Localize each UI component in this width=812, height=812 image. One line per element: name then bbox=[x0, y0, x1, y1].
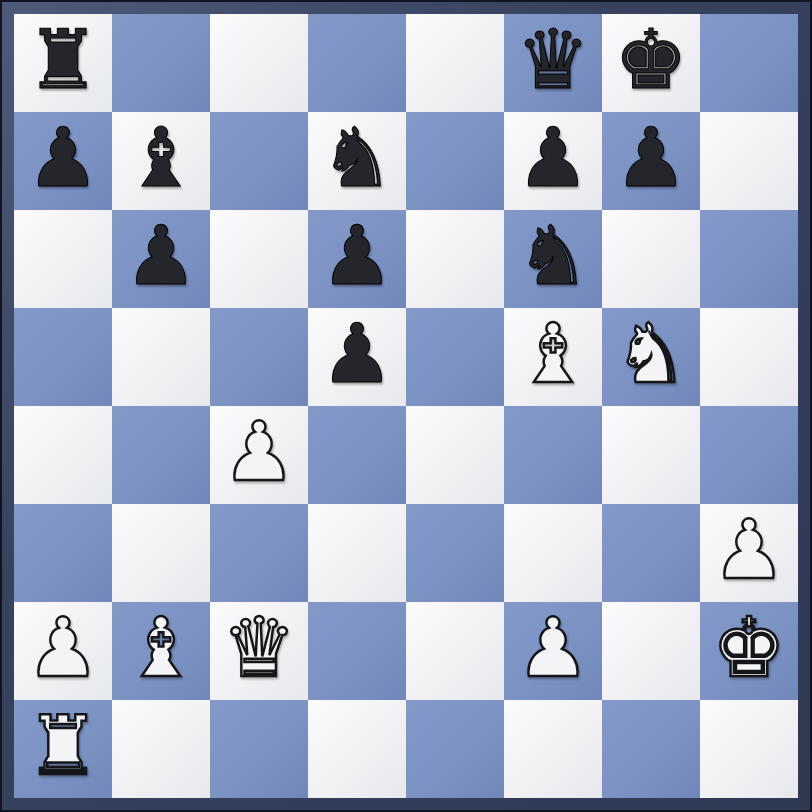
piece-black-bishop[interactable]: ♝ bbox=[124, 117, 198, 199]
square-b2[interactable]: ♝ bbox=[112, 602, 210, 700]
square-g6[interactable] bbox=[602, 210, 700, 308]
piece-black-rook[interactable]: ♜ bbox=[26, 19, 100, 101]
square-e5[interactable] bbox=[406, 308, 504, 406]
square-d6[interactable]: ♟ bbox=[308, 210, 406, 308]
piece-white-king[interactable]: ♚ bbox=[712, 607, 786, 689]
piece-white-pawn[interactable]: ♟ bbox=[222, 411, 296, 493]
square-a6[interactable] bbox=[14, 210, 112, 308]
square-f8[interactable]: ♛ bbox=[504, 14, 602, 112]
piece-black-knight[interactable]: ♞ bbox=[516, 215, 590, 297]
square-a8[interactable]: ♜ bbox=[14, 14, 112, 112]
square-a5[interactable] bbox=[14, 308, 112, 406]
piece-black-pawn[interactable]: ♟ bbox=[516, 117, 590, 199]
chess-board: ♜♛♚♟♝♞♟♟♟♟♞♟♝♞♟♟♟♝♛♟♚♜ bbox=[14, 14, 798, 798]
square-g8[interactable]: ♚ bbox=[602, 14, 700, 112]
board-frame: ♜♛♚♟♝♞♟♟♟♟♞♟♝♞♟♟♟♝♛♟♚♜ bbox=[0, 0, 812, 812]
piece-black-pawn[interactable]: ♟ bbox=[614, 117, 688, 199]
square-f1[interactable] bbox=[504, 700, 602, 798]
square-f3[interactable] bbox=[504, 504, 602, 602]
square-c1[interactable] bbox=[210, 700, 308, 798]
square-h5[interactable] bbox=[700, 308, 798, 406]
square-c4[interactable]: ♟ bbox=[210, 406, 308, 504]
square-e2[interactable] bbox=[406, 602, 504, 700]
piece-white-knight[interactable]: ♞ bbox=[614, 313, 688, 395]
piece-white-pawn[interactable]: ♟ bbox=[26, 607, 100, 689]
square-a7[interactable]: ♟ bbox=[14, 112, 112, 210]
square-f7[interactable]: ♟ bbox=[504, 112, 602, 210]
square-d1[interactable] bbox=[308, 700, 406, 798]
square-d7[interactable]: ♞ bbox=[308, 112, 406, 210]
square-d2[interactable] bbox=[308, 602, 406, 700]
piece-black-pawn[interactable]: ♟ bbox=[26, 117, 100, 199]
square-a4[interactable] bbox=[14, 406, 112, 504]
piece-black-knight[interactable]: ♞ bbox=[320, 117, 394, 199]
square-f4[interactable] bbox=[504, 406, 602, 504]
square-b4[interactable] bbox=[112, 406, 210, 504]
square-c3[interactable] bbox=[210, 504, 308, 602]
square-a3[interactable] bbox=[14, 504, 112, 602]
piece-black-queen[interactable]: ♛ bbox=[516, 19, 590, 101]
square-e4[interactable] bbox=[406, 406, 504, 504]
piece-white-rook[interactable]: ♜ bbox=[26, 705, 100, 787]
square-f5[interactable]: ♝ bbox=[504, 308, 602, 406]
square-b1[interactable] bbox=[112, 700, 210, 798]
square-h3[interactable]: ♟ bbox=[700, 504, 798, 602]
square-d5[interactable]: ♟ bbox=[308, 308, 406, 406]
piece-white-bishop[interactable]: ♝ bbox=[124, 607, 198, 689]
square-e1[interactable] bbox=[406, 700, 504, 798]
piece-white-pawn[interactable]: ♟ bbox=[712, 509, 786, 591]
square-h4[interactable] bbox=[700, 406, 798, 504]
square-a2[interactable]: ♟ bbox=[14, 602, 112, 700]
piece-white-pawn[interactable]: ♟ bbox=[516, 607, 590, 689]
square-f2[interactable]: ♟ bbox=[504, 602, 602, 700]
square-b8[interactable] bbox=[112, 14, 210, 112]
square-h7[interactable] bbox=[700, 112, 798, 210]
piece-black-pawn[interactable]: ♟ bbox=[320, 215, 394, 297]
piece-white-bishop[interactable]: ♝ bbox=[516, 313, 590, 395]
square-b3[interactable] bbox=[112, 504, 210, 602]
square-d8[interactable] bbox=[308, 14, 406, 112]
square-c5[interactable] bbox=[210, 308, 308, 406]
square-d4[interactable] bbox=[308, 406, 406, 504]
square-e7[interactable] bbox=[406, 112, 504, 210]
square-d3[interactable] bbox=[308, 504, 406, 602]
square-e3[interactable] bbox=[406, 504, 504, 602]
square-h1[interactable] bbox=[700, 700, 798, 798]
square-b6[interactable]: ♟ bbox=[112, 210, 210, 308]
piece-black-pawn[interactable]: ♟ bbox=[124, 215, 198, 297]
square-g4[interactable] bbox=[602, 406, 700, 504]
square-f6[interactable]: ♞ bbox=[504, 210, 602, 308]
square-h6[interactable] bbox=[700, 210, 798, 308]
square-c7[interactable] bbox=[210, 112, 308, 210]
square-c8[interactable] bbox=[210, 14, 308, 112]
square-g2[interactable] bbox=[602, 602, 700, 700]
square-b7[interactable]: ♝ bbox=[112, 112, 210, 210]
square-h2[interactable]: ♚ bbox=[700, 602, 798, 700]
square-g1[interactable] bbox=[602, 700, 700, 798]
square-e6[interactable] bbox=[406, 210, 504, 308]
square-c6[interactable] bbox=[210, 210, 308, 308]
square-b5[interactable] bbox=[112, 308, 210, 406]
square-c2[interactable]: ♛ bbox=[210, 602, 308, 700]
square-g3[interactable] bbox=[602, 504, 700, 602]
square-h8[interactable] bbox=[700, 14, 798, 112]
square-a1[interactable]: ♜ bbox=[14, 700, 112, 798]
square-g5[interactable]: ♞ bbox=[602, 308, 700, 406]
piece-white-queen[interactable]: ♛ bbox=[222, 607, 296, 689]
square-g7[interactable]: ♟ bbox=[602, 112, 700, 210]
piece-black-king[interactable]: ♚ bbox=[614, 19, 688, 101]
piece-black-pawn[interactable]: ♟ bbox=[320, 313, 394, 395]
square-e8[interactable] bbox=[406, 14, 504, 112]
